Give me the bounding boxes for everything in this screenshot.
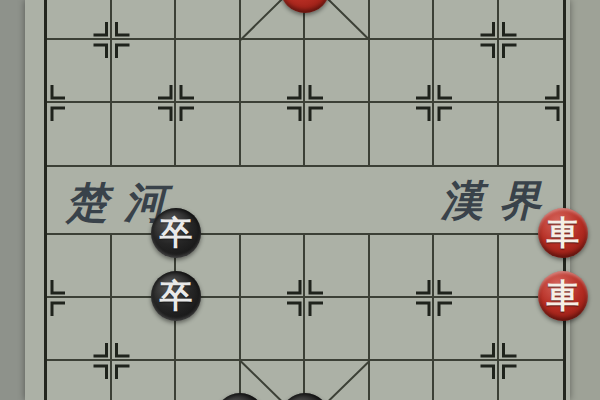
- board-cell: [499, 361, 564, 400]
- black-soldier-2[interactable]: 卒: [151, 271, 201, 321]
- board-cell: [47, 235, 112, 298]
- board-cell: [434, 235, 499, 298]
- board-cell: [370, 298, 435, 361]
- board-cell: [47, 103, 112, 167]
- red-chariot-1[interactable]: 車: [538, 208, 588, 258]
- board-cell: [305, 40, 370, 103]
- board-cell: [305, 235, 370, 298]
- board-cell: [112, 361, 177, 400]
- board-cell: [370, 103, 435, 167]
- board-cell: [47, 0, 112, 40]
- board-cell: [305, 103, 370, 167]
- piece-glyph: 車: [547, 271, 580, 321]
- board-cell: [434, 0, 499, 40]
- river-label-han-jie: 漢界: [441, 178, 557, 224]
- piece-glyph: 車: [547, 208, 580, 258]
- board-cell: [499, 0, 564, 40]
- board-cell: [47, 298, 112, 361]
- board-cell: [370, 40, 435, 103]
- black-soldier-1[interactable]: 卒: [151, 208, 201, 258]
- board-cell: [434, 40, 499, 103]
- board-cell: [112, 0, 177, 40]
- board-cell: [434, 298, 499, 361]
- page-margin-right: [570, 0, 600, 400]
- board-cell: [112, 40, 177, 103]
- board-cell: [241, 103, 306, 167]
- board-cell: [47, 361, 112, 400]
- piece-glyph: 卒: [160, 208, 193, 258]
- board-cell: [176, 103, 241, 167]
- board-cell: [370, 0, 435, 40]
- board-cell: [176, 0, 241, 40]
- board-cell: [499, 40, 564, 103]
- board-cell: [241, 40, 306, 103]
- board-cell: [47, 40, 112, 103]
- piece-glyph: 卒: [160, 271, 193, 321]
- board-cell: [241, 298, 306, 361]
- board-cell: [370, 361, 435, 400]
- board-cell: [434, 361, 499, 400]
- page-margin-left: [0, 0, 25, 400]
- red-chariot-2[interactable]: 車: [538, 271, 588, 321]
- board-cell: [370, 235, 435, 298]
- board-cell: [241, 235, 306, 298]
- board-cell: [112, 103, 177, 167]
- board-cell: [176, 40, 241, 103]
- xiangqi-board-screenshot: 楚河 漢界 卒 卒 車 車: [0, 0, 600, 400]
- board-cell: [434, 103, 499, 167]
- board-cell: [499, 103, 564, 167]
- board-cell: [305, 298, 370, 361]
